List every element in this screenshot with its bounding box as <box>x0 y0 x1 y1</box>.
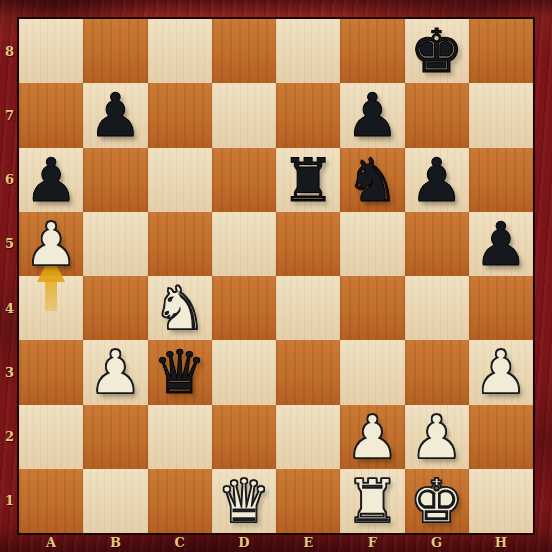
rank-label-7: 7 <box>0 83 19 147</box>
square-h4[interactable] <box>469 276 533 340</box>
file-label-f: F <box>340 533 404 552</box>
piece-white-rook[interactable]: ♜ <box>340 469 404 533</box>
square-c2[interactable] <box>148 405 212 469</box>
square-a8[interactable] <box>19 19 83 83</box>
square-d3[interactable] <box>212 340 276 404</box>
square-f3[interactable] <box>340 340 404 404</box>
square-c3[interactable]: ♛ <box>148 340 212 404</box>
square-c6[interactable] <box>148 148 212 212</box>
piece-black-queen[interactable]: ♛ <box>148 340 212 404</box>
square-f5[interactable] <box>340 212 404 276</box>
square-e5[interactable] <box>276 212 340 276</box>
square-f8[interactable] <box>340 19 404 83</box>
square-e7[interactable] <box>276 83 340 147</box>
square-d1[interactable]: ♛ <box>212 469 276 533</box>
square-f1[interactable]: ♜ <box>340 469 404 533</box>
square-c8[interactable] <box>148 19 212 83</box>
square-g1[interactable]: ♚ <box>405 469 469 533</box>
square-a3[interactable] <box>19 340 83 404</box>
piece-black-pawn[interactable]: ♟ <box>340 83 404 147</box>
piece-white-queen[interactable]: ♛ <box>212 469 276 533</box>
piece-white-pawn[interactable]: ♟ <box>19 212 83 276</box>
file-label-c: C <box>148 533 212 552</box>
square-h3[interactable]: ♟ <box>469 340 533 404</box>
square-b6[interactable] <box>83 148 147 212</box>
square-a4[interactable] <box>19 276 83 340</box>
file-label-a: A <box>19 533 83 552</box>
square-a6[interactable]: ♟ <box>19 148 83 212</box>
square-g4[interactable] <box>405 276 469 340</box>
piece-white-knight[interactable]: ♞ <box>148 276 212 340</box>
chess-board: ♚♟♟♟♜♞♟♟♟♞♟♛♟♟♟♛♜♚ <box>19 19 533 533</box>
square-h6[interactable] <box>469 148 533 212</box>
square-g8[interactable]: ♚ <box>405 19 469 83</box>
square-f4[interactable] <box>340 276 404 340</box>
piece-black-pawn[interactable]: ♟ <box>19 148 83 212</box>
square-g2[interactable]: ♟ <box>405 405 469 469</box>
square-e3[interactable] <box>276 340 340 404</box>
square-b7[interactable]: ♟ <box>83 83 147 147</box>
rank-label-5: 5 <box>0 212 19 276</box>
square-f6[interactable]: ♞ <box>340 148 404 212</box>
square-h8[interactable] <box>469 19 533 83</box>
square-g7[interactable] <box>405 83 469 147</box>
square-e8[interactable] <box>276 19 340 83</box>
piece-black-king[interactable]: ♚ <box>405 19 469 83</box>
square-b3[interactable]: ♟ <box>83 340 147 404</box>
piece-white-pawn[interactable]: ♟ <box>340 405 404 469</box>
square-h1[interactable] <box>469 469 533 533</box>
square-a5[interactable]: ♟ <box>19 212 83 276</box>
piece-black-pawn[interactable]: ♟ <box>469 212 533 276</box>
rank-label-8: 8 <box>0 19 19 83</box>
square-b2[interactable] <box>83 405 147 469</box>
square-e2[interactable] <box>276 405 340 469</box>
square-h5[interactable]: ♟ <box>469 212 533 276</box>
square-c5[interactable] <box>148 212 212 276</box>
rank-label-4: 4 <box>0 276 19 340</box>
rank-label-2: 2 <box>0 405 19 469</box>
square-h7[interactable] <box>469 83 533 147</box>
file-labels: ABCDEFGH <box>19 533 533 552</box>
square-b4[interactable] <box>83 276 147 340</box>
square-b5[interactable] <box>83 212 147 276</box>
file-label-b: B <box>83 533 147 552</box>
piece-black-pawn[interactable]: ♟ <box>405 148 469 212</box>
piece-white-pawn[interactable]: ♟ <box>405 405 469 469</box>
piece-white-king[interactable]: ♚ <box>405 469 469 533</box>
piece-white-pawn[interactable]: ♟ <box>83 340 147 404</box>
file-label-e: E <box>276 533 340 552</box>
piece-black-pawn[interactable]: ♟ <box>83 83 147 147</box>
piece-black-rook[interactable]: ♜ <box>276 148 340 212</box>
square-a2[interactable] <box>19 405 83 469</box>
square-e6[interactable]: ♜ <box>276 148 340 212</box>
square-d6[interactable] <box>212 148 276 212</box>
square-d4[interactable] <box>212 276 276 340</box>
square-e4[interactable] <box>276 276 340 340</box>
square-h2[interactable] <box>469 405 533 469</box>
square-g3[interactable] <box>405 340 469 404</box>
square-d2[interactable] <box>212 405 276 469</box>
board-frame: ♚♟♟♟♜♞♟♟♟♞♟♛♟♟♟♛♜♚ 87654321 ABCDEFGH <box>0 0 552 552</box>
square-b8[interactable] <box>83 19 147 83</box>
rank-label-1: 1 <box>0 469 19 533</box>
file-label-h: H <box>469 533 533 552</box>
square-c7[interactable] <box>148 83 212 147</box>
square-g6[interactable]: ♟ <box>405 148 469 212</box>
square-f7[interactable]: ♟ <box>340 83 404 147</box>
square-a7[interactable] <box>19 83 83 147</box>
square-f2[interactable]: ♟ <box>340 405 404 469</box>
file-label-d: D <box>212 533 276 552</box>
square-d8[interactable] <box>212 19 276 83</box>
square-d5[interactable] <box>212 212 276 276</box>
square-b1[interactable] <box>83 469 147 533</box>
square-a1[interactable] <box>19 469 83 533</box>
piece-black-knight[interactable]: ♞ <box>340 148 404 212</box>
piece-white-pawn[interactable]: ♟ <box>469 340 533 404</box>
rank-labels: 87654321 <box>0 19 19 533</box>
square-d7[interactable] <box>212 83 276 147</box>
rank-label-6: 6 <box>0 148 19 212</box>
square-g5[interactable] <box>405 212 469 276</box>
square-c4[interactable]: ♞ <box>148 276 212 340</box>
file-label-g: G <box>405 533 469 552</box>
square-c1[interactable] <box>148 469 212 533</box>
square-e1[interactable] <box>276 469 340 533</box>
rank-label-3: 3 <box>0 340 19 404</box>
